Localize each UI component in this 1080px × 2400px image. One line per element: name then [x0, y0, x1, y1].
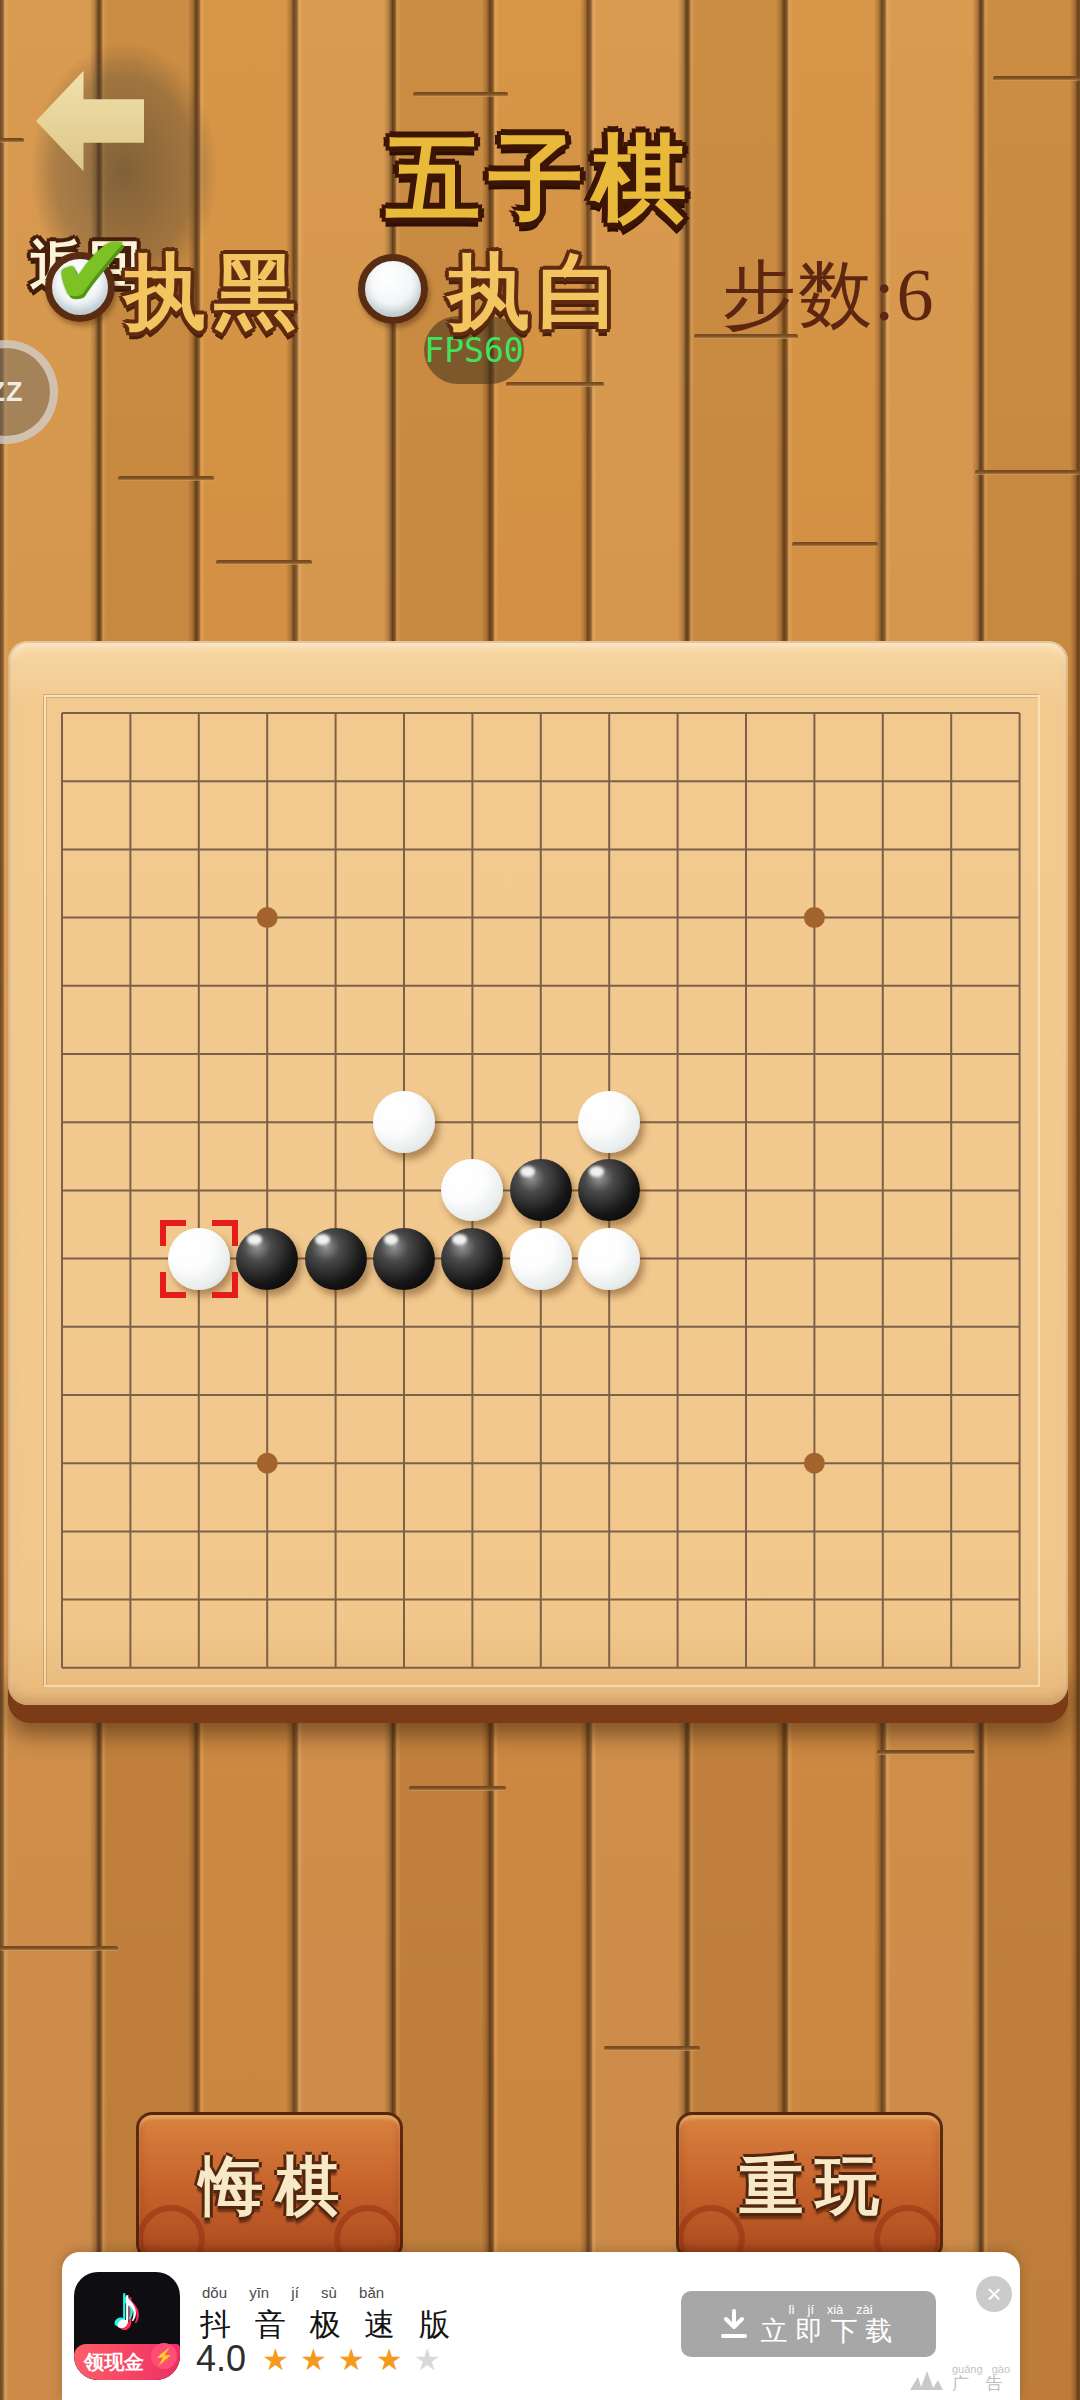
wood-seam: [0, 1946, 118, 1951]
rating-value: 4.0: [196, 2338, 246, 2380]
white-stone: [578, 1228, 640, 1290]
play-white-radio[interactable]: [358, 254, 428, 324]
black-stone: [236, 1228, 298, 1290]
play-white-label[interactable]: 执白: [448, 238, 628, 348]
ad-mark-logo-icon: [908, 2368, 946, 2392]
wood-seam: [216, 560, 312, 565]
floating-assist-widget[interactable]: ZZ: [0, 340, 58, 444]
black-stone: [373, 1228, 435, 1290]
download-button-text: lì jí xià zài 立即下载: [761, 2303, 901, 2345]
star-icon: ★: [376, 2342, 403, 2377]
star-icon: ★: [338, 2342, 365, 2377]
wood-seam: [118, 476, 214, 481]
ad-app-name-pinyin: dǒu yīn jí sù bǎn: [202, 2284, 442, 2301]
download-button-pinyin: lì jí xià zài: [788, 2303, 872, 2317]
replay-button-label: 重玩: [740, 2143, 892, 2230]
black-stone: [510, 1159, 572, 1221]
white-stone: [168, 1228, 230, 1290]
white-stone: [373, 1091, 435, 1153]
wood-seam: [993, 76, 1080, 81]
page-title: 五子棋: [386, 116, 695, 244]
music-note-icon: ♪: [74, 2274, 180, 2343]
ad-close-button[interactable]: ×: [976, 2276, 1012, 2312]
ad-app-icon[interactable]: ♪ 领现金 ⚡: [74, 2272, 180, 2380]
rating-stars: ★★★★★: [262, 2342, 441, 2377]
ad-icon-ribbon-label: 领现金: [84, 2349, 144, 2376]
black-stone: [305, 1228, 367, 1290]
white-stone: [510, 1228, 572, 1290]
black-stone: [441, 1228, 503, 1290]
play-black-radio[interactable]: [45, 252, 115, 322]
wood-seam: [792, 542, 878, 547]
download-button-label: 立即下载: [761, 2317, 901, 2345]
move-counter: 步数:6: [722, 246, 936, 346]
ad-icon-ribbon: 领现金 ⚡: [74, 2344, 180, 2380]
board-grid[interactable]: [8, 641, 1068, 1705]
replay-button-face: 重玩: [676, 2112, 943, 2260]
download-button[interactable]: lì jí xià zài 立即下载: [681, 2291, 936, 2357]
back-arrow-icon: [36, 64, 144, 178]
wood-seam: [413, 92, 508, 97]
white-stone: [578, 1091, 640, 1153]
download-icon: [717, 2307, 751, 2341]
lightning-bolt-icon: ⚡: [151, 2343, 177, 2369]
undo-button-face: 悔棋: [136, 2112, 403, 2260]
ad-banner[interactable]: ♪ 领现金 ⚡ dǒu yīn jí sù bǎn 抖 音 极 速 版 4.0 …: [62, 2252, 1020, 2400]
floating-assist-label: ZZ: [0, 377, 24, 408]
app-screen: 返回 五子棋 FPS60 ✔ 执黑 执白 步数:6 ZZ 悔棋 重玩 ♪: [0, 0, 1080, 2400]
wood-seam: [409, 1786, 506, 1791]
ad-rating: 4.0 ★★★★★: [196, 2338, 441, 2380]
wood-seam: [604, 2046, 700, 2051]
ad-mark: guǎng gào 广 告: [908, 2364, 1010, 2392]
board-panel: [8, 641, 1068, 1723]
board-face: [8, 641, 1068, 1705]
star-icon: ★: [414, 2342, 441, 2377]
wood-seam: [877, 1750, 975, 1755]
ad-mark-text: guǎng gào 广 告: [952, 2364, 1010, 2392]
close-icon: ×: [986, 2279, 1001, 2310]
play-black-label[interactable]: 执黑: [124, 238, 304, 348]
star-icon: ★: [262, 2342, 289, 2377]
wood-seam: [975, 470, 1080, 475]
wood-seam: [506, 382, 604, 387]
undo-button-label: 悔棋: [200, 2143, 352, 2230]
ad-mark-label: 广 告: [952, 2375, 1010, 2392]
star-icon: ★: [300, 2342, 327, 2377]
